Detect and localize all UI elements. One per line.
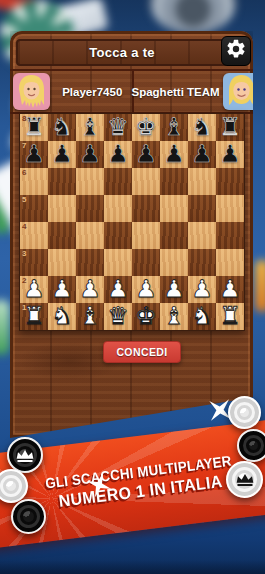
piece-black-pawn: ♟: [163, 141, 185, 168]
square-g7[interactable]: ♟: [188, 141, 216, 168]
square-h2[interactable]: ♟: [216, 276, 244, 303]
square-h1[interactable]: ♜: [216, 303, 244, 330]
rank-label: 1: [22, 304, 26, 312]
square-d5[interactable]: [104, 195, 132, 222]
piece-black-pawn: ♟: [79, 141, 101, 168]
square-a2[interactable]: 2♟: [20, 276, 48, 303]
player-right-name: Spaghetti TEAM: [132, 86, 220, 98]
rank-label: 3: [22, 250, 26, 258]
square-f5[interactable]: [160, 195, 188, 222]
piece-white-king: ♚: [135, 303, 157, 330]
checker-black: [237, 429, 265, 462]
square-a7[interactable]: 7♟: [20, 141, 48, 168]
square-g1[interactable]: ♞: [188, 303, 216, 330]
checker-white: [228, 396, 261, 429]
piece-black-bishop: ♝: [79, 114, 101, 141]
crown-icon: [15, 448, 35, 463]
app-screen: Tocca a te: [0, 0, 265, 574]
square-d2[interactable]: ♟: [104, 276, 132, 303]
square-d8[interactable]: ♛: [104, 114, 132, 141]
square-f1[interactable]: ♝: [160, 303, 188, 330]
square-f6[interactable]: [160, 168, 188, 195]
crown-icon: [235, 472, 255, 487]
checker-black: [11, 499, 46, 534]
square-b7[interactable]: ♟: [48, 141, 76, 168]
square-c3[interactable]: [76, 249, 104, 276]
square-h7[interactable]: ♟: [216, 141, 244, 168]
piece-white-pawn: ♟: [107, 276, 129, 303]
square-b6[interactable]: [48, 168, 76, 195]
square-f7[interactable]: ♟: [160, 141, 188, 168]
square-d3[interactable]: [104, 249, 132, 276]
piece-white-pawn: ♟: [191, 276, 213, 303]
turn-status-text: Tocca a te: [89, 45, 155, 60]
square-c1[interactable]: ♝: [76, 303, 104, 330]
player-left-name: Player7450: [53, 86, 132, 98]
player-left: Player7450: [10, 71, 132, 112]
square-c6[interactable]: [76, 168, 104, 195]
checker-white-crowned: [226, 461, 263, 498]
square-g2[interactable]: ♟: [188, 276, 216, 303]
piece-black-king: ♚: [135, 114, 157, 141]
piece-white-bishop: ♝: [79, 303, 101, 330]
piece-black-knight: ♞: [191, 114, 213, 141]
piece-white-bishop: ♝: [163, 303, 185, 330]
piece-white-pawn: ♟: [23, 276, 45, 303]
piece-black-pawn: ♟: [107, 141, 129, 168]
square-g4[interactable]: [188, 222, 216, 249]
square-e8[interactable]: ♚: [132, 114, 160, 141]
square-g8[interactable]: ♞: [188, 114, 216, 141]
square-a8[interactable]: 8♜: [20, 114, 48, 141]
gear-icon: [225, 38, 247, 64]
piece-black-bishop: ♝: [163, 114, 185, 141]
square-f2[interactable]: ♟: [160, 276, 188, 303]
piece-black-pawn: ♟: [51, 141, 73, 168]
bottom-fade: [0, 560, 265, 574]
square-a6[interactable]: 6: [20, 168, 48, 195]
piece-white-rook: ♜: [219, 303, 241, 330]
square-e5[interactable]: [132, 195, 160, 222]
square-g3[interactable]: [188, 249, 216, 276]
player-left-avatar[interactable]: [13, 73, 50, 110]
square-h6[interactable]: [216, 168, 244, 195]
square-b5[interactable]: [48, 195, 76, 222]
square-h8[interactable]: ♜: [216, 114, 244, 141]
square-b3[interactable]: [48, 249, 76, 276]
players-bar: Player7450 Spaghetti TEAM: [10, 69, 253, 114]
square-c2[interactable]: ♟: [76, 276, 104, 303]
square-b4[interactable]: [48, 222, 76, 249]
square-c8[interactable]: ♝: [76, 114, 104, 141]
rank-label: 6: [22, 169, 26, 177]
square-e4[interactable]: [132, 222, 160, 249]
concede-button[interactable]: CONCEDI: [103, 341, 181, 363]
square-e6[interactable]: [132, 168, 160, 195]
blurred-poker-chip: [150, 0, 236, 34]
square-e2[interactable]: ♟: [132, 276, 160, 303]
player-right: Spaghetti TEAM: [132, 71, 254, 112]
square-d7[interactable]: ♟: [104, 141, 132, 168]
piece-black-pawn: ♟: [23, 141, 45, 168]
square-h3[interactable]: [216, 249, 244, 276]
piece-white-pawn: ♟: [79, 276, 101, 303]
piece-black-rook: ♜: [23, 114, 45, 141]
piece-black-pawn: ♟: [135, 141, 157, 168]
piece-white-knight: ♞: [51, 303, 73, 330]
chess-board: 8♜♞♝♛♚♝♞♜7♟♟♟♟♟♟♟♟65432♟♟♟♟♟♟♟♟1♜♞♝♛♚♝♞♜: [19, 113, 245, 331]
piece-white-pawn: ♟: [51, 276, 73, 303]
square-c5[interactable]: [76, 195, 104, 222]
square-d6[interactable]: [104, 168, 132, 195]
square-g6[interactable]: [188, 168, 216, 195]
square-c4[interactable]: [76, 222, 104, 249]
rank-label: 8: [22, 115, 26, 123]
square-d4[interactable]: [104, 222, 132, 249]
piece-black-queen: ♛: [107, 114, 129, 141]
settings-button[interactable]: [221, 36, 251, 66]
piece-white-pawn: ♟: [163, 276, 185, 303]
piece-black-pawn: ♟: [219, 141, 241, 168]
square-b8[interactable]: ♞: [48, 114, 76, 141]
piece-black-rook: ♜: [219, 114, 241, 141]
square-f3[interactable]: [160, 249, 188, 276]
square-a5[interactable]: 5: [20, 195, 48, 222]
rank-label: 4: [22, 223, 26, 231]
square-e7[interactable]: ♟: [132, 141, 160, 168]
rank-label: 7: [22, 142, 26, 150]
piece-black-pawn: ♟: [191, 141, 213, 168]
square-h5[interactable]: [216, 195, 244, 222]
wooden-game-panel: Tocca a te: [10, 31, 253, 438]
square-a1[interactable]: 1♜: [20, 303, 48, 330]
square-c7[interactable]: ♟: [76, 141, 104, 168]
square-b1[interactable]: ♞: [48, 303, 76, 330]
piece-white-queen: ♛: [107, 303, 129, 330]
square-d1[interactable]: ♛: [104, 303, 132, 330]
checker-black-crowned: [7, 437, 43, 473]
square-e3[interactable]: [132, 249, 160, 276]
square-b2[interactable]: ♟: [48, 276, 76, 303]
square-e1[interactable]: ♚: [132, 303, 160, 330]
blurred-green-card: [0, 300, 10, 355]
square-g5[interactable]: [188, 195, 216, 222]
piece-white-pawn: ♟: [219, 276, 241, 303]
turn-status-bar: Tocca a te: [16, 39, 228, 66]
square-a4[interactable]: 4: [20, 222, 48, 249]
rank-label: 2: [22, 277, 26, 285]
piece-white-knight: ♞: [191, 303, 213, 330]
square-a3[interactable]: 3: [20, 249, 48, 276]
blurred-orange-shape: [255, 260, 265, 312]
square-f4[interactable]: [160, 222, 188, 249]
piece-black-knight: ♞: [51, 114, 73, 141]
square-h4[interactable]: [216, 222, 244, 249]
piece-white-rook: ♜: [23, 303, 45, 330]
rank-label: 5: [22, 196, 26, 204]
square-f8[interactable]: ♝: [160, 114, 188, 141]
piece-white-pawn: ♟: [135, 276, 157, 303]
spark-icon: [86, 472, 112, 502]
